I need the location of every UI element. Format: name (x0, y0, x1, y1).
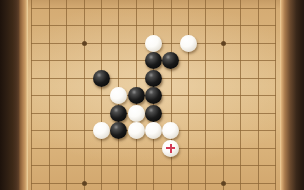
white-stone: ○ (180, 35, 197, 52)
black-stone: ● (128, 87, 145, 104)
black-stone: ● (162, 52, 179, 69)
gomoku-board: ○○●●●●○●●●○●○●○○○○ (0, 0, 304, 190)
board-play-area[interactable]: ○○●●●●○●●●○●○●○○○○ (23, 0, 284, 190)
black-stone: ● (110, 105, 127, 122)
black-stone: ● (145, 105, 162, 122)
white-stone: ○ (145, 122, 162, 139)
white-stone: ○ (128, 105, 145, 122)
black-stone: ● (145, 87, 162, 104)
white-stone: ○ (110, 87, 127, 104)
white-stone: ○ (162, 140, 179, 157)
black-stone: ● (93, 70, 110, 87)
white-stone: ○ (145, 35, 162, 52)
board-frame-right (280, 0, 304, 190)
black-stone: ● (145, 70, 162, 87)
last-move-cross-icon (162, 140, 179, 157)
white-stone: ○ (128, 122, 145, 139)
black-stone: ● (145, 52, 162, 69)
black-stone: ● (110, 122, 127, 139)
board-frame-left (0, 0, 28, 190)
white-stone: ○ (162, 122, 179, 139)
white-stone: ○ (93, 122, 110, 139)
